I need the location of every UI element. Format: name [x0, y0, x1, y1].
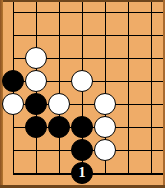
board-intersection[interactable] [48, 139, 71, 162]
black-stone [71, 139, 93, 161]
black-stone [71, 116, 93, 138]
move-number-label: 1 [79, 166, 86, 180]
board-intersection[interactable] [140, 116, 163, 139]
board-intersection[interactable] [94, 70, 117, 93]
board-intersection[interactable] [140, 24, 163, 47]
white-stone [94, 93, 116, 115]
board-intersection[interactable] [25, 70, 48, 93]
white-stone [94, 139, 116, 161]
white-stone [71, 70, 93, 92]
board-intersection[interactable] [2, 93, 25, 116]
board-intersection[interactable] [25, 47, 48, 70]
board-intersection[interactable] [25, 93, 48, 116]
go-board-grid[interactable]: 1 [2, 1, 163, 185]
board-intersection[interactable] [25, 139, 48, 162]
board-intersection[interactable] [48, 162, 71, 185]
board-intersection[interactable] [117, 162, 140, 185]
board-intersection[interactable] [140, 1, 163, 24]
white-stone [48, 93, 70, 115]
board-intersection[interactable] [140, 70, 163, 93]
board-intersection[interactable] [140, 139, 163, 162]
board-intersection[interactable] [48, 70, 71, 93]
board-intersection[interactable] [25, 24, 48, 47]
board-intersection[interactable] [94, 116, 117, 139]
board-intersection[interactable] [2, 162, 25, 185]
go-diagram: 1 [0, 0, 165, 188]
board-intersection[interactable] [71, 24, 94, 47]
board-intersection[interactable] [94, 139, 117, 162]
board-intersection[interactable] [140, 162, 163, 185]
board-intersection[interactable] [2, 1, 25, 24]
board-intersection[interactable] [117, 116, 140, 139]
board-rim-right [163, 0, 165, 188]
board-intersection[interactable] [94, 162, 117, 185]
board-intersection[interactable] [25, 116, 48, 139]
black-stone [2, 70, 24, 92]
board-intersection[interactable] [48, 1, 71, 24]
board-intersection[interactable] [117, 24, 140, 47]
board-intersection[interactable] [2, 24, 25, 47]
board-intersection[interactable] [71, 1, 94, 24]
board-intersection[interactable] [25, 1, 48, 24]
board-intersection[interactable] [117, 47, 140, 70]
black-stone [25, 116, 47, 138]
board-intersection[interactable] [94, 24, 117, 47]
board-intersection[interactable] [2, 139, 25, 162]
board-intersection[interactable] [117, 93, 140, 116]
board-intersection[interactable] [71, 139, 94, 162]
board-intersection[interactable] [2, 116, 25, 139]
board-intersection[interactable] [117, 139, 140, 162]
white-stone [2, 93, 24, 115]
board-intersection[interactable] [48, 93, 71, 116]
black-stone [25, 93, 47, 115]
white-stone [25, 47, 47, 69]
board-intersection[interactable] [48, 47, 71, 70]
board-intersection[interactable] [2, 47, 25, 70]
board-intersection[interactable] [94, 93, 117, 116]
board-intersection[interactable] [2, 70, 25, 93]
board-intersection[interactable] [140, 47, 163, 70]
board-intersection[interactable] [71, 47, 94, 70]
board-intersection[interactable] [140, 93, 163, 116]
board-intersection[interactable] [48, 116, 71, 139]
black-stone-move-1: 1 [71, 162, 93, 184]
board-intersection[interactable] [71, 70, 94, 93]
board-intersection[interactable] [117, 70, 140, 93]
board-intersection[interactable] [71, 116, 94, 139]
board-intersection[interactable] [71, 93, 94, 116]
white-stone [94, 116, 116, 138]
board-intersection[interactable] [25, 162, 48, 185]
board-intersection[interactable] [94, 47, 117, 70]
board-intersection[interactable] [94, 1, 117, 24]
board-intersection[interactable] [48, 24, 71, 47]
board-intersection[interactable] [117, 1, 140, 24]
white-stone [25, 70, 47, 92]
board-rim-bottom [0, 185, 165, 188]
black-stone [48, 116, 70, 138]
board-intersection[interactable]: 1 [71, 162, 94, 185]
